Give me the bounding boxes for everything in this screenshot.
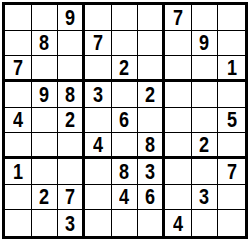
cell-r1c3[interactable]: 9 (58, 5, 85, 31)
cell-r2c7[interactable] (165, 31, 192, 57)
sudoku-board: 978797219832426548218372746334 (2, 2, 248, 239)
cell-r8c6[interactable]: 6 (138, 185, 165, 211)
given-digit: 4 (13, 108, 23, 131)
cell-r9c5[interactable] (112, 210, 139, 236)
cell-r6c6[interactable]: 8 (138, 133, 165, 159)
cell-r4c4[interactable]: 3 (85, 82, 112, 108)
cell-r3c5[interactable]: 2 (112, 56, 139, 82)
given-digit: 3 (145, 160, 155, 183)
given-digit: 7 (13, 56, 23, 79)
cell-r9c7[interactable]: 4 (165, 210, 192, 236)
cell-r9c8[interactable] (192, 210, 219, 236)
cell-r7c8[interactable] (192, 159, 219, 185)
given-digit: 8 (65, 83, 75, 106)
cell-r7c3[interactable] (58, 159, 85, 185)
given-digit: 9 (65, 6, 75, 29)
cell-r4c5[interactable] (112, 82, 139, 108)
cell-r9c1[interactable] (5, 210, 32, 236)
cell-r6c5[interactable] (112, 133, 139, 159)
given-digit: 2 (39, 185, 49, 208)
cell-r9c2[interactable] (32, 210, 59, 236)
cell-r3c8[interactable] (192, 56, 219, 82)
cell-r2c3[interactable] (58, 31, 85, 57)
cell-r4c6[interactable]: 2 (138, 82, 165, 108)
cell-r5c4[interactable] (85, 108, 112, 134)
cell-r9c9[interactable] (218, 210, 245, 236)
given-digit: 7 (65, 185, 75, 208)
cell-r5c5[interactable]: 6 (112, 108, 139, 134)
given-digit: 1 (227, 56, 237, 79)
cell-r9c4[interactable] (85, 210, 112, 236)
cell-r7c5[interactable]: 8 (112, 159, 139, 185)
given-digit: 5 (227, 108, 237, 131)
cell-r6c9[interactable] (218, 133, 245, 159)
cell-r2c6[interactable] (138, 31, 165, 57)
cell-r7c6[interactable]: 3 (138, 159, 165, 185)
given-digit: 6 (119, 108, 129, 131)
cell-r2c9[interactable] (218, 31, 245, 57)
cell-r1c1[interactable] (5, 5, 32, 31)
cell-r6c1[interactable] (5, 133, 32, 159)
cell-r2c2[interactable]: 8 (32, 31, 59, 57)
cell-r8c3[interactable]: 7 (58, 185, 85, 211)
cell-r5c9[interactable]: 5 (218, 108, 245, 134)
cell-r2c5[interactable] (112, 31, 139, 57)
cell-r7c2[interactable] (32, 159, 59, 185)
cell-r5c3[interactable]: 2 (58, 108, 85, 134)
cell-r7c4[interactable] (85, 159, 112, 185)
given-digit: 4 (119, 185, 129, 208)
cell-r1c5[interactable] (112, 5, 139, 31)
cell-r9c6[interactable] (138, 210, 165, 236)
cell-r1c8[interactable] (192, 5, 219, 31)
cell-r2c8[interactable]: 9 (192, 31, 219, 57)
given-digit: 7 (227, 160, 237, 183)
cell-r4c1[interactable] (5, 82, 32, 108)
given-digit: 2 (145, 83, 155, 106)
cell-r1c4[interactable] (85, 5, 112, 31)
given-digit: 8 (145, 133, 155, 156)
given-digit: 8 (39, 31, 49, 54)
given-digit: 6 (145, 185, 155, 208)
cell-r6c2[interactable] (32, 133, 59, 159)
cell-r7c9[interactable]: 7 (218, 159, 245, 185)
given-digit: 8 (119, 160, 129, 183)
cell-r5c7[interactable] (165, 108, 192, 134)
cell-r1c9[interactable] (218, 5, 245, 31)
given-digit: 7 (93, 31, 103, 54)
cell-r2c1[interactable] (5, 31, 32, 57)
given-digit: 4 (173, 212, 183, 235)
cell-r7c7[interactable] (165, 159, 192, 185)
cell-r6c4[interactable]: 4 (85, 133, 112, 159)
cell-r3c7[interactable] (165, 56, 192, 82)
cell-r1c7[interactable]: 7 (165, 5, 192, 31)
cell-r8c7[interactable] (165, 185, 192, 211)
cell-r4c7[interactable] (165, 82, 192, 108)
cell-r2c4[interactable]: 7 (85, 31, 112, 57)
cell-r5c6[interactable] (138, 108, 165, 134)
cell-r7c1[interactable]: 1 (5, 159, 32, 185)
given-digit: 1 (13, 160, 23, 183)
cell-r8c4[interactable] (85, 185, 112, 211)
cell-r8c9[interactable] (218, 185, 245, 211)
given-digit: 2 (119, 56, 129, 79)
given-digit: 7 (173, 6, 183, 29)
cell-r6c7[interactable] (165, 133, 192, 159)
cell-r8c2[interactable]: 2 (32, 185, 59, 211)
given-digit: 3 (199, 185, 209, 208)
cell-r8c8[interactable]: 3 (192, 185, 219, 211)
cell-r3c4[interactable] (85, 56, 112, 82)
cell-r3c9[interactable]: 1 (218, 56, 245, 82)
cell-r8c1[interactable] (5, 185, 32, 211)
cell-r4c2[interactable]: 9 (32, 82, 59, 108)
cell-r4c9[interactable] (218, 82, 245, 108)
cell-r5c2[interactable] (32, 108, 59, 134)
cell-r1c6[interactable] (138, 5, 165, 31)
cell-r4c8[interactable] (192, 82, 219, 108)
cell-r8c5[interactable]: 4 (112, 185, 139, 211)
cell-r3c2[interactable] (32, 56, 59, 82)
sudoku-page: 978797219832426548218372746334 (0, 0, 251, 242)
cell-r6c3[interactable] (58, 133, 85, 159)
cell-r5c8[interactable] (192, 108, 219, 134)
given-digit: 2 (65, 108, 75, 131)
cell-r1c2[interactable] (32, 5, 59, 31)
given-digit: 9 (39, 83, 49, 106)
given-digit: 9 (199, 31, 209, 54)
cell-r3c1[interactable]: 7 (5, 56, 32, 82)
cell-r9c3[interactable]: 3 (58, 210, 85, 236)
given-digit: 3 (93, 83, 103, 106)
given-digit: 3 (65, 212, 75, 235)
cell-r3c6[interactable] (138, 56, 165, 82)
given-digit: 2 (199, 133, 209, 156)
cell-r4c3[interactable]: 8 (58, 82, 85, 108)
cell-r6c8[interactable]: 2 (192, 133, 219, 159)
cell-r3c3[interactable] (58, 56, 85, 82)
given-digit: 4 (93, 133, 103, 156)
cell-r5c1[interactable]: 4 (5, 108, 32, 134)
